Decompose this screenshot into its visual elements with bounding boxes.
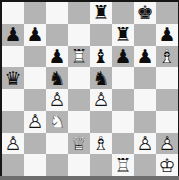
square-a4[interactable] bbox=[2, 89, 24, 111]
piece-glyph: ♙ bbox=[4, 134, 21, 153]
piece-glyph: ♖ bbox=[114, 156, 131, 175]
square-b7[interactable]: ♟ bbox=[24, 24, 46, 46]
black-knight: ♞ bbox=[92, 69, 109, 88]
square-b5[interactable] bbox=[24, 67, 46, 89]
square-e4[interactable]: ♟♙ bbox=[90, 89, 112, 111]
square-h5[interactable] bbox=[156, 67, 178, 89]
black-king: ♚ bbox=[136, 3, 153, 22]
piece-glyph: ♟ bbox=[48, 47, 65, 66]
square-a7[interactable]: ♟ bbox=[2, 24, 24, 46]
square-d6[interactable]: ♜♖ bbox=[68, 46, 90, 68]
square-c6[interactable]: ♟ bbox=[46, 46, 68, 68]
square-g3[interactable] bbox=[134, 111, 156, 133]
piece-glyph: ♟ bbox=[4, 25, 21, 44]
square-h6[interactable]: ♝♗ bbox=[156, 46, 178, 68]
white-knight: ♞♘ bbox=[48, 112, 65, 131]
black-pawn: ♟ bbox=[48, 47, 65, 66]
square-h1[interactable]: ♚♔ bbox=[156, 154, 178, 176]
piece-glyph: ♜ bbox=[92, 3, 109, 22]
square-g7[interactable] bbox=[134, 24, 156, 46]
white-pawn: ♟♙ bbox=[48, 90, 65, 109]
square-g1[interactable] bbox=[134, 154, 156, 176]
piece-glyph: ♙ bbox=[158, 134, 175, 153]
square-b1[interactable] bbox=[24, 154, 46, 176]
square-c2[interactable] bbox=[46, 133, 68, 155]
piece-glyph: ♟ bbox=[158, 25, 175, 44]
piece-glyph: ♜ bbox=[114, 25, 131, 44]
square-h8[interactable] bbox=[156, 2, 178, 24]
square-e7[interactable] bbox=[90, 24, 112, 46]
piece-glyph: ♙ bbox=[26, 112, 43, 131]
white-rook: ♜♖ bbox=[70, 47, 87, 66]
piece-glyph: ♟ bbox=[26, 25, 43, 44]
piece-glyph: ♗ bbox=[92, 134, 109, 153]
black-pawn: ♟ bbox=[114, 47, 131, 66]
piece-glyph: ♛ bbox=[4, 69, 21, 88]
black-pawn: ♟ bbox=[158, 25, 175, 44]
square-d5[interactable] bbox=[68, 67, 90, 89]
piece-glyph: ♙ bbox=[136, 134, 153, 153]
board-bottom-edge bbox=[0, 176, 179, 180]
white-pawn: ♟♙ bbox=[158, 134, 175, 153]
square-c3[interactable]: ♞♘ bbox=[46, 111, 68, 133]
piece-glyph: ♙ bbox=[92, 90, 109, 109]
square-f5[interactable] bbox=[112, 67, 134, 89]
square-c4[interactable]: ♟♙ bbox=[46, 89, 68, 111]
square-c1[interactable] bbox=[46, 154, 68, 176]
square-e8[interactable]: ♜ bbox=[90, 2, 112, 24]
black-bishop: ♝ bbox=[92, 47, 109, 66]
black-pawn: ♟ bbox=[4, 25, 21, 44]
white-queen: ♛♕ bbox=[70, 134, 87, 153]
piece-glyph: ♔ bbox=[158, 156, 175, 175]
piece-glyph: ♞ bbox=[92, 69, 109, 88]
square-g2[interactable]: ♟♙ bbox=[134, 133, 156, 155]
square-d2[interactable]: ♛♕ bbox=[68, 133, 90, 155]
square-e2[interactable]: ♝♗ bbox=[90, 133, 112, 155]
black-rook: ♜ bbox=[114, 25, 131, 44]
white-rook: ♜♖ bbox=[114, 156, 131, 175]
square-a1[interactable] bbox=[2, 154, 24, 176]
square-e6[interactable]: ♝ bbox=[90, 46, 112, 68]
chess-board-grid: ♜♚♟♟♜♟♟♜♖♝♟♟♝♗♛♞♞♟♙♟♙♟♙♞♘♟♙♛♕♝♗♟♙♟♙♜♖♚♔ bbox=[2, 2, 178, 176]
white-bishop: ♝♗ bbox=[158, 47, 175, 66]
white-pawn: ♟♙ bbox=[4, 134, 21, 153]
black-rook: ♜ bbox=[92, 3, 109, 22]
square-b2[interactable] bbox=[24, 133, 46, 155]
black-knight: ♞ bbox=[48, 69, 65, 88]
piece-glyph: ♚ bbox=[136, 3, 153, 22]
square-e3[interactable] bbox=[90, 111, 112, 133]
square-a3[interactable] bbox=[2, 111, 24, 133]
piece-glyph: ♝ bbox=[92, 47, 109, 66]
square-h4[interactable] bbox=[156, 89, 178, 111]
piece-glyph: ♕ bbox=[70, 134, 87, 153]
square-f1[interactable]: ♜♖ bbox=[112, 154, 134, 176]
white-pawn: ♟♙ bbox=[92, 90, 109, 109]
square-f3[interactable] bbox=[112, 111, 134, 133]
piece-glyph: ♘ bbox=[48, 112, 65, 131]
square-b3[interactable]: ♟♙ bbox=[24, 111, 46, 133]
piece-glyph: ♟ bbox=[114, 47, 131, 66]
square-d8[interactable] bbox=[68, 2, 90, 24]
white-pawn: ♟♙ bbox=[26, 112, 43, 131]
white-pawn: ♟♙ bbox=[136, 134, 153, 153]
square-e1[interactable] bbox=[90, 154, 112, 176]
square-a6[interactable] bbox=[2, 46, 24, 68]
square-f4[interactable] bbox=[112, 89, 134, 111]
square-d3[interactable] bbox=[68, 111, 90, 133]
square-h2[interactable]: ♟♙ bbox=[156, 133, 178, 155]
square-c5[interactable]: ♞ bbox=[46, 67, 68, 89]
piece-glyph: ♞ bbox=[48, 69, 65, 88]
square-g8[interactable]: ♚ bbox=[134, 2, 156, 24]
square-e5[interactable]: ♞ bbox=[90, 67, 112, 89]
square-b4[interactable] bbox=[24, 89, 46, 111]
square-a8[interactable] bbox=[2, 2, 24, 24]
square-g5[interactable] bbox=[134, 67, 156, 89]
square-a5[interactable]: ♛ bbox=[2, 67, 24, 89]
square-f6[interactable]: ♟ bbox=[112, 46, 134, 68]
black-pawn: ♟ bbox=[136, 47, 153, 66]
square-b6[interactable] bbox=[24, 46, 46, 68]
white-king: ♚♔ bbox=[158, 156, 175, 175]
square-d7[interactable] bbox=[68, 24, 90, 46]
piece-glyph: ♖ bbox=[70, 47, 87, 66]
piece-glyph: ♗ bbox=[158, 47, 175, 66]
square-d1[interactable] bbox=[68, 154, 90, 176]
square-b8[interactable] bbox=[24, 2, 46, 24]
square-h7[interactable]: ♟ bbox=[156, 24, 178, 46]
square-a2[interactable]: ♟♙ bbox=[2, 133, 24, 155]
square-f8[interactable] bbox=[112, 2, 134, 24]
black-pawn: ♟ bbox=[26, 25, 43, 44]
square-f7[interactable]: ♜ bbox=[112, 24, 134, 46]
square-d4[interactable] bbox=[68, 89, 90, 111]
white-bishop: ♝♗ bbox=[92, 134, 109, 153]
square-h3[interactable] bbox=[156, 111, 178, 133]
black-queen: ♛ bbox=[4, 69, 21, 88]
square-g6[interactable]: ♟ bbox=[134, 46, 156, 68]
square-c7[interactable] bbox=[46, 24, 68, 46]
square-f2[interactable] bbox=[112, 133, 134, 155]
square-c8[interactable] bbox=[46, 2, 68, 24]
square-g4[interactable] bbox=[134, 89, 156, 111]
piece-glyph: ♙ bbox=[48, 90, 65, 109]
piece-glyph: ♟ bbox=[136, 47, 153, 66]
chess-board: ♜♚♟♟♜♟♟♜♖♝♟♟♝♗♛♞♞♟♙♟♙♟♙♞♘♟♙♛♕♝♗♟♙♟♙♜♖♚♔ bbox=[0, 0, 179, 180]
